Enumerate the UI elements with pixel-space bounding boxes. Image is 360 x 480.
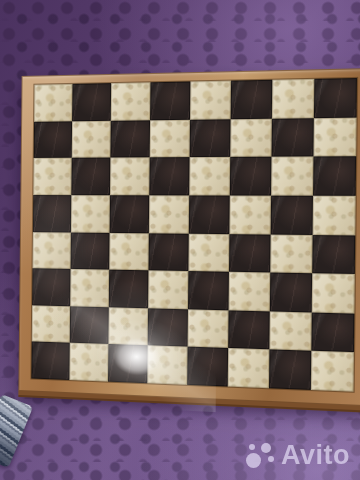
square-d4 (148, 233, 188, 271)
square-f4 (229, 234, 271, 273)
square-c2 (108, 307, 148, 346)
avito-watermark: Avito (244, 440, 350, 470)
square-h6 (313, 156, 356, 195)
square-b8 (72, 83, 111, 121)
square-e7 (190, 119, 231, 157)
square-f3 (229, 272, 271, 311)
square-f6 (230, 157, 272, 196)
square-e6 (189, 157, 230, 195)
square-g4 (270, 234, 312, 273)
square-h2 (311, 312, 354, 352)
square-c6 (110, 158, 150, 196)
square-b7 (72, 120, 111, 158)
square-e2 (188, 309, 229, 348)
square-c5 (110, 195, 150, 233)
avito-logo-circle-medium (261, 443, 271, 453)
striped-fabric-object (0, 394, 33, 468)
avito-logo-circle-large (246, 453, 261, 468)
avito-logo-icon (244, 440, 278, 470)
avito-logo-text: Avito (281, 442, 350, 469)
square-h8 (314, 78, 357, 118)
square-g7 (271, 118, 313, 157)
square-a3 (32, 268, 70, 306)
square-a8 (34, 84, 72, 122)
square-d7 (150, 119, 190, 157)
square-a4 (33, 232, 71, 269)
square-a1 (31, 342, 69, 380)
square-g3 (270, 273, 312, 313)
square-a2 (32, 305, 70, 343)
avito-logo-circle-tiny (268, 456, 274, 462)
square-f7 (230, 118, 272, 157)
square-f2 (228, 310, 270, 350)
chess-board (18, 68, 360, 406)
square-h1 (311, 351, 354, 392)
square-e5 (189, 195, 230, 233)
square-e8 (190, 81, 231, 120)
listing-photo: Avito (0, 0, 360, 480)
square-b6 (71, 158, 110, 195)
square-a6 (33, 158, 71, 195)
square-g5 (271, 195, 313, 234)
square-a5 (33, 195, 71, 232)
square-b5 (71, 195, 110, 232)
square-d6 (149, 157, 189, 195)
square-h4 (312, 234, 355, 274)
square-c4 (109, 232, 149, 270)
board-grid (31, 78, 357, 392)
square-h5 (313, 196, 356, 235)
square-f1 (228, 348, 270, 388)
avito-logo-circle-small (249, 444, 255, 450)
square-c7 (110, 120, 150, 158)
square-g8 (272, 79, 314, 118)
square-h3 (312, 273, 355, 313)
square-b1 (69, 343, 108, 382)
square-e3 (188, 271, 229, 310)
square-g6 (271, 157, 313, 196)
square-e4 (188, 233, 229, 272)
square-d8 (150, 81, 190, 119)
square-f5 (229, 195, 271, 234)
square-d2 (148, 308, 188, 347)
square-h7 (313, 117, 356, 156)
square-b2 (70, 306, 109, 344)
square-d1 (147, 346, 187, 385)
square-c3 (109, 270, 149, 308)
square-e1 (187, 347, 228, 387)
square-g1 (269, 350, 311, 390)
square-b3 (70, 269, 109, 307)
square-d5 (149, 195, 189, 233)
square-a7 (34, 121, 72, 158)
square-f8 (231, 80, 273, 119)
square-c1 (108, 344, 148, 383)
square-g2 (269, 311, 311, 351)
square-d3 (148, 270, 188, 309)
square-c8 (111, 82, 151, 120)
square-b4 (71, 232, 110, 270)
